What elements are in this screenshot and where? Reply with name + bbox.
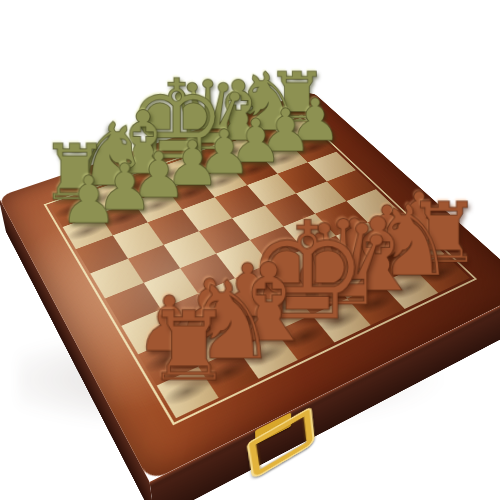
- piece-layer: ♜♞♝♛♚♝♞♜♟♟♟♟♟♟♟♟♜♞♝♛♚♝♞♜♟♟♟♟♟♟♟♟: [0, 91, 500, 482]
- product-photo-scene: ♜♞♝♛♚♝♞♜♟♟♟♟♟♟♟♟♜♞♝♛♚♝♞♜♟♟♟♟♟♟♟♟: [0, 0, 500, 500]
- white-rook-glyph: ♜: [105, 299, 273, 395]
- perspective-wrapper: ♜♞♝♛♚♝♞♜♟♟♟♟♟♟♟♟♜♞♝♛♚♝♞♜♟♟♟♟♟♟♟♟: [0, 0, 500, 500]
- black-pawn-glyph: ♟: [19, 168, 158, 233]
- chess-box: ♜♞♝♛♚♝♞♜♟♟♟♟♟♟♟♟♜♞♝♛♚♝♞♜♟♟♟♟♟♟♟♟: [0, 91, 500, 482]
